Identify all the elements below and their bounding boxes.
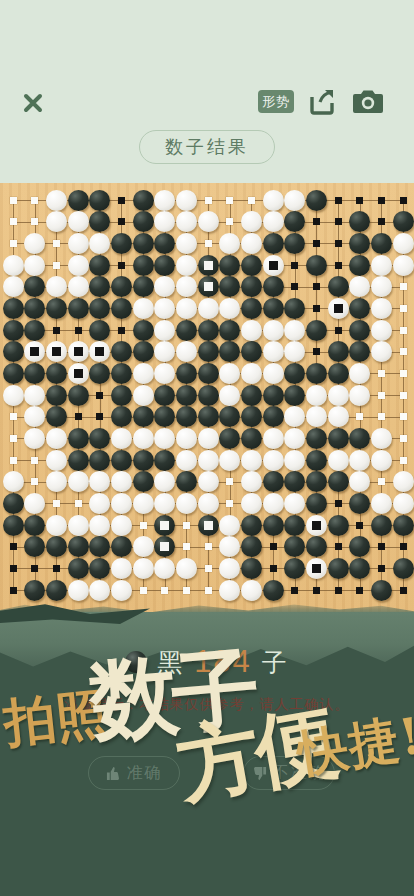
white-stone <box>198 298 219 319</box>
black-stone <box>89 190 110 211</box>
black-territory-marker <box>400 587 407 594</box>
white-stone <box>263 341 284 362</box>
black-stone <box>328 276 349 297</box>
white-stone <box>154 341 175 362</box>
white-stone <box>371 298 392 319</box>
black-stone <box>371 580 392 601</box>
black-stone <box>46 363 67 384</box>
black-stone <box>89 298 110 319</box>
black-stone <box>68 190 89 211</box>
black-stone <box>306 190 327 211</box>
black-stone <box>46 406 67 427</box>
black-stone <box>328 515 349 536</box>
black-territory-marker <box>400 543 407 550</box>
black-territory-marker <box>270 565 277 572</box>
black-stone <box>46 385 67 406</box>
black-stone <box>89 255 110 276</box>
black-stone <box>284 558 305 579</box>
black-stone <box>198 385 219 406</box>
dead-stone-marker <box>269 261 278 270</box>
score-unit: 子 <box>262 646 289 679</box>
black-stone-dead <box>154 515 175 536</box>
black-stone <box>284 385 305 406</box>
black-territory-marker <box>53 565 60 572</box>
white-stone <box>154 276 175 297</box>
black-stone <box>133 471 154 492</box>
white-stone <box>24 406 45 427</box>
white-stone <box>219 298 240 319</box>
white-territory-marker <box>10 218 17 225</box>
white-stone <box>219 363 240 384</box>
black-stone <box>393 515 414 536</box>
black-stone <box>241 406 262 427</box>
white-stone <box>133 363 154 384</box>
black-stone <box>349 536 370 557</box>
white-stone <box>328 385 349 406</box>
black-stone <box>3 320 24 341</box>
white-stone <box>154 298 175 319</box>
white-stone <box>284 190 305 211</box>
black-territory-marker <box>291 262 298 269</box>
white-territory-marker <box>400 370 407 377</box>
black-stone <box>46 536 67 557</box>
white-stone <box>154 471 175 492</box>
black-stone <box>284 536 305 557</box>
black-stone <box>3 341 24 362</box>
white-territory-marker <box>400 457 407 464</box>
black-territory-marker <box>313 348 320 355</box>
white-territory-marker <box>205 565 212 572</box>
black-stone <box>68 428 89 449</box>
white-stone <box>133 558 154 579</box>
white-stone <box>349 363 370 384</box>
black-stone <box>176 363 197 384</box>
white-stone <box>393 471 414 492</box>
white-stone <box>349 450 370 471</box>
black-stone <box>68 536 89 557</box>
camera-icon <box>352 88 384 115</box>
black-territory-marker <box>10 543 17 550</box>
black-stone <box>133 190 154 211</box>
white-stone <box>328 406 349 427</box>
black-stone <box>349 558 370 579</box>
white-stone-dead <box>263 255 284 276</box>
black-stone <box>306 320 327 341</box>
white-stone <box>219 385 240 406</box>
dead-stone-marker <box>74 369 83 378</box>
white-stone <box>241 471 262 492</box>
black-stone <box>349 341 370 362</box>
situation-button[interactable]: 形势 <box>258 90 294 113</box>
white-stone <box>24 255 45 276</box>
white-territory-marker <box>205 543 212 550</box>
black-stone <box>241 536 262 557</box>
white-territory-marker <box>10 457 17 464</box>
black-stone-dead <box>198 276 219 297</box>
black-territory-marker <box>356 197 363 204</box>
black-territory-marker <box>53 327 60 334</box>
black-stone <box>154 450 175 471</box>
white-stone <box>241 450 262 471</box>
close-button[interactable] <box>18 88 48 118</box>
white-stone-dead <box>89 341 110 362</box>
black-stone <box>24 536 45 557</box>
white-territory-marker <box>75 500 82 507</box>
black-stone <box>349 493 370 514</box>
black-stone <box>198 406 219 427</box>
white-stone <box>154 190 175 211</box>
white-territory-marker <box>205 197 212 204</box>
white-stone <box>111 558 132 579</box>
white-stone <box>24 233 45 254</box>
black-stone <box>241 298 262 319</box>
black-stone <box>349 211 370 232</box>
black-stone <box>263 298 284 319</box>
black-territory-marker <box>335 262 342 269</box>
black-stone <box>111 450 132 471</box>
white-stone <box>68 255 89 276</box>
black-stone <box>241 515 262 536</box>
black-stone <box>284 515 305 536</box>
white-stone <box>393 233 414 254</box>
white-territory-marker <box>140 522 147 529</box>
white-stone <box>68 233 89 254</box>
black-stone <box>198 320 219 341</box>
white-stone <box>46 428 67 449</box>
white-stone <box>24 428 45 449</box>
black-stone <box>306 363 327 384</box>
white-territory-marker <box>400 392 407 399</box>
black-stone <box>68 298 89 319</box>
black-stone <box>111 536 132 557</box>
white-territory-marker <box>378 392 385 399</box>
black-stone <box>241 341 262 362</box>
white-stone <box>24 385 45 406</box>
result-pill-label: 数子结果 <box>165 135 249 159</box>
black-stone <box>371 515 392 536</box>
black-stone <box>111 298 132 319</box>
white-stone <box>176 233 197 254</box>
black-territory-marker <box>335 543 342 550</box>
white-stone <box>393 255 414 276</box>
white-territory-marker <box>226 478 233 485</box>
black-stone <box>24 276 45 297</box>
black-stone <box>328 471 349 492</box>
white-stone-dead <box>328 298 349 319</box>
white-stone <box>284 450 305 471</box>
black-stone <box>328 558 349 579</box>
black-territory-marker <box>270 543 277 550</box>
black-stone <box>46 580 67 601</box>
white-territory-marker <box>31 478 38 485</box>
dead-stone-marker <box>160 521 169 530</box>
black-territory-marker <box>96 392 103 399</box>
black-stone <box>263 580 284 601</box>
accurate-label: 准确 <box>127 763 163 784</box>
black-stone <box>393 558 414 579</box>
white-stone <box>68 580 89 601</box>
black-territory-marker <box>400 197 407 204</box>
white-territory-marker <box>53 262 60 269</box>
white-stone <box>349 385 370 406</box>
white-territory-marker <box>53 240 60 247</box>
white-stone <box>198 428 219 449</box>
white-stone-dead <box>68 363 89 384</box>
black-stone <box>263 233 284 254</box>
dead-stone-marker <box>204 261 213 270</box>
white-stone-dead <box>306 515 327 536</box>
black-stone <box>111 385 132 406</box>
black-stone <box>3 493 24 514</box>
black-stone <box>154 233 175 254</box>
white-stone <box>241 493 262 514</box>
black-stone <box>328 363 349 384</box>
white-stone <box>89 515 110 536</box>
black-stone <box>111 406 132 427</box>
white-territory-marker <box>161 587 168 594</box>
white-stone <box>219 450 240 471</box>
black-stone-dead <box>198 255 219 276</box>
white-stone <box>306 385 327 406</box>
white-territory-marker <box>140 587 147 594</box>
share-button[interactable] <box>308 88 338 115</box>
white-territory-marker <box>205 240 212 247</box>
white-stone <box>371 428 392 449</box>
camera-button[interactable] <box>352 88 382 115</box>
black-stone <box>154 406 175 427</box>
black-territory-marker <box>291 587 298 594</box>
white-stone <box>154 428 175 449</box>
black-stone <box>176 471 197 492</box>
black-territory-marker <box>378 565 385 572</box>
black-stone <box>306 255 327 276</box>
white-territory-marker <box>31 197 38 204</box>
white-stone <box>219 233 240 254</box>
black-stone <box>176 406 197 427</box>
white-stone <box>371 493 392 514</box>
white-stone <box>176 558 197 579</box>
white-stone <box>111 428 132 449</box>
black-territory-marker <box>31 565 38 572</box>
white-stone <box>154 320 175 341</box>
white-stone <box>393 493 414 514</box>
white-territory-marker <box>10 240 17 247</box>
black-territory-marker <box>313 283 320 290</box>
white-stone <box>111 493 132 514</box>
black-stone <box>24 580 45 601</box>
white-stone <box>371 320 392 341</box>
white-stone <box>219 558 240 579</box>
black-stone <box>46 298 67 319</box>
black-territory-marker <box>335 500 342 507</box>
black-stone <box>198 341 219 362</box>
black-stone <box>68 558 89 579</box>
white-stone <box>176 450 197 471</box>
black-stone <box>263 515 284 536</box>
black-territory-marker <box>291 283 298 290</box>
black-territory-marker <box>335 240 342 247</box>
black-stone <box>68 450 89 471</box>
black-stone <box>133 233 154 254</box>
white-stone <box>176 255 197 276</box>
white-territory-marker <box>205 587 212 594</box>
white-stone <box>241 233 262 254</box>
white-stone <box>284 428 305 449</box>
white-stone <box>133 428 154 449</box>
black-stone <box>3 515 24 536</box>
black-territory-marker <box>313 305 320 312</box>
white-stone <box>111 471 132 492</box>
white-stone <box>46 515 67 536</box>
black-stone <box>111 341 132 362</box>
white-stone <box>263 363 284 384</box>
black-stone <box>241 255 262 276</box>
black-territory-marker <box>118 262 125 269</box>
share-icon <box>308 88 338 116</box>
black-stone <box>349 320 370 341</box>
white-territory-marker <box>378 370 385 377</box>
black-stone <box>24 515 45 536</box>
white-stone <box>219 580 240 601</box>
black-stone <box>3 363 24 384</box>
black-stone <box>89 450 110 471</box>
white-territory-marker <box>400 348 407 355</box>
black-stone <box>306 536 327 557</box>
black-stone <box>241 558 262 579</box>
black-stone <box>3 298 24 319</box>
white-stone <box>219 515 240 536</box>
white-stone <box>68 471 89 492</box>
black-stone <box>241 428 262 449</box>
white-stone <box>46 276 67 297</box>
white-stone <box>241 211 262 232</box>
black-stone <box>133 255 154 276</box>
black-territory-marker <box>118 218 125 225</box>
white-stone <box>371 276 392 297</box>
white-stone <box>154 363 175 384</box>
white-stone-dead <box>306 558 327 579</box>
black-stone <box>89 558 110 579</box>
white-stone <box>284 493 305 514</box>
white-stone <box>284 320 305 341</box>
dead-stone-marker <box>204 521 213 530</box>
black-territory-marker <box>118 197 125 204</box>
white-stone <box>89 233 110 254</box>
black-stone <box>219 406 240 427</box>
white-territory-marker <box>10 197 17 204</box>
white-territory-marker <box>226 197 233 204</box>
white-stone <box>46 471 67 492</box>
dead-stone-marker <box>312 521 321 530</box>
black-territory-marker <box>335 218 342 225</box>
black-stone <box>133 450 154 471</box>
black-stone <box>111 233 132 254</box>
close-icon <box>18 88 48 118</box>
black-stone <box>263 471 284 492</box>
black-territory-marker <box>378 197 385 204</box>
black-stone <box>24 320 45 341</box>
white-stone <box>133 493 154 514</box>
black-stone <box>68 385 89 406</box>
header: 形势 数子结果 <box>0 0 414 183</box>
dead-stone-marker <box>204 282 213 291</box>
black-stone <box>328 341 349 362</box>
black-stone-dead <box>154 536 175 557</box>
white-stone <box>133 298 154 319</box>
black-territory-marker <box>10 587 17 594</box>
black-stone <box>284 298 305 319</box>
black-territory-marker <box>378 218 385 225</box>
white-stone-dead <box>46 341 67 362</box>
white-stone-dead <box>24 341 45 362</box>
black-stone <box>306 493 327 514</box>
white-territory-marker <box>10 413 17 420</box>
black-territory-marker <box>313 218 320 225</box>
white-stone <box>176 190 197 211</box>
black-stone <box>306 471 327 492</box>
black-stone <box>89 320 110 341</box>
white-stone <box>241 363 262 384</box>
white-stone <box>3 385 24 406</box>
white-stone <box>176 298 197 319</box>
black-stone <box>284 471 305 492</box>
black-stone <box>133 276 154 297</box>
white-territory-marker <box>183 587 190 594</box>
black-territory-marker <box>75 327 82 334</box>
white-stone <box>154 558 175 579</box>
black-stone <box>241 385 262 406</box>
result-pill[interactable]: 数子结果 <box>139 130 275 164</box>
black-stone <box>133 320 154 341</box>
black-stone <box>89 363 110 384</box>
black-territory-marker <box>96 413 103 420</box>
black-stone <box>89 211 110 232</box>
black-territory-marker <box>313 240 320 247</box>
black-territory-marker <box>335 587 342 594</box>
black-stone <box>154 255 175 276</box>
white-territory-marker <box>183 543 190 550</box>
go-board[interactable] <box>0 183 414 612</box>
white-stone <box>111 515 132 536</box>
white-stone-dead <box>68 341 89 362</box>
white-territory-marker <box>400 327 407 334</box>
black-stone <box>111 276 132 297</box>
black-stone <box>24 363 45 384</box>
black-stone <box>219 255 240 276</box>
white-stone <box>328 450 349 471</box>
white-stone <box>154 493 175 514</box>
black-stone <box>349 233 370 254</box>
white-stone <box>241 580 262 601</box>
dead-stone-marker <box>160 542 169 551</box>
white-stone <box>3 276 24 297</box>
white-stone <box>176 428 197 449</box>
black-stone <box>263 385 284 406</box>
white-territory-marker <box>400 283 407 290</box>
white-stone <box>89 580 110 601</box>
white-stone <box>3 471 24 492</box>
black-territory-marker <box>356 587 363 594</box>
dead-stone-marker <box>312 564 321 573</box>
black-stone <box>219 276 240 297</box>
dead-stone-marker <box>52 347 61 356</box>
black-stone <box>198 363 219 384</box>
black-stone <box>263 406 284 427</box>
black-stone <box>133 406 154 427</box>
black-stone <box>284 233 305 254</box>
white-territory-marker <box>226 218 233 225</box>
white-stone <box>133 385 154 406</box>
